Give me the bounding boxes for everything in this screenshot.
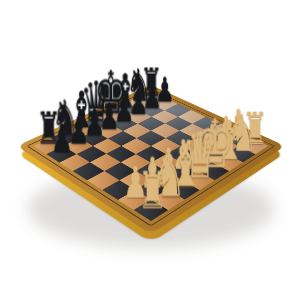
- chess-set-photo: ♜♞♝♛♚♝♞♜♟♟♟♟♟♟♟♟♟♟♟♟♟♟♟♟♜♞♝♛♚♝♞♜: [0, 0, 300, 300]
- piece-glyph: ♜: [138, 164, 167, 215]
- piece-glyph: ♟: [51, 119, 73, 158]
- photo-background: { "game": { "name": "chess", "variant": …: [0, 0, 300, 300]
